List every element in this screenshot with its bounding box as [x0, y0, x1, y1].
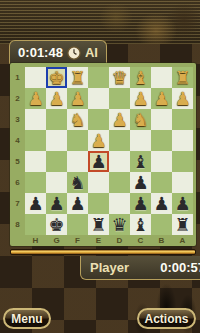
file-label-f: F — [67, 236, 88, 246]
square-d8[interactable]: ♛ — [109, 214, 130, 235]
square-e4[interactable]: ♟ — [88, 130, 109, 151]
black-pawn: ♟ — [88, 151, 109, 172]
square-a5[interactable] — [172, 151, 193, 172]
rank-label-8: 8 — [10, 214, 25, 235]
square-b2[interactable]: ♟ — [151, 88, 172, 109]
square-e2[interactable] — [88, 88, 109, 109]
square-b6[interactable] — [151, 172, 172, 193]
square-g7[interactable]: ♟ — [46, 193, 67, 214]
white-bishop: ♝ — [130, 67, 151, 88]
actions-button[interactable]: Actions — [137, 308, 196, 329]
white-pawn: ♟ — [46, 88, 67, 109]
white-rook: ♜ — [67, 67, 88, 88]
black-rook: ♜ — [172, 214, 193, 235]
square-g2[interactable]: ♟ — [46, 88, 67, 109]
square-d3[interactable]: ♟ — [109, 109, 130, 130]
rank-labels: 12345678 — [10, 67, 25, 235]
file-label-h: H — [25, 236, 46, 246]
background-texture-top — [0, 0, 200, 44]
square-b5[interactable] — [151, 151, 172, 172]
rank-label-3: 3 — [10, 109, 25, 130]
square-b4[interactable] — [151, 130, 172, 151]
square-c6[interactable]: ♟ — [130, 172, 151, 193]
file-label-b: B — [151, 236, 172, 246]
square-f8[interactable] — [67, 214, 88, 235]
black-pawn: ♟ — [25, 193, 46, 214]
square-d4[interactable] — [109, 130, 130, 151]
black-rook: ♜ — [88, 214, 109, 235]
square-a1[interactable]: ♜ — [172, 67, 193, 88]
square-c7[interactable]: ♟ — [130, 193, 151, 214]
black-bishop: ♝ — [130, 151, 151, 172]
white-pawn: ♟ — [88, 130, 109, 151]
square-d1[interactable]: ♛ — [109, 67, 130, 88]
square-h4[interactable] — [25, 130, 46, 151]
square-e6[interactable] — [88, 172, 109, 193]
white-king: ♚ — [46, 67, 67, 88]
square-f3[interactable]: ♞ — [67, 109, 88, 130]
square-h7[interactable]: ♟ — [25, 193, 46, 214]
opponent-clock-panel: 0:01:48 AI — [9, 40, 107, 64]
square-d7[interactable] — [109, 193, 130, 214]
black-bishop: ♝ — [130, 214, 151, 235]
square-h1[interactable] — [25, 67, 46, 88]
square-b1[interactable] — [151, 67, 172, 88]
square-g5[interactable] — [46, 151, 67, 172]
black-pawn: ♟ — [151, 193, 172, 214]
black-king: ♚ — [46, 214, 67, 235]
black-pawn: ♟ — [46, 193, 67, 214]
white-rook: ♜ — [172, 67, 193, 88]
white-pawn: ♟ — [172, 88, 193, 109]
file-label-e: E — [88, 236, 109, 246]
square-a2[interactable]: ♟ — [172, 88, 193, 109]
black-knight: ♞ — [67, 172, 88, 193]
square-c2[interactable]: ♟ — [130, 88, 151, 109]
black-queen: ♛ — [109, 214, 130, 235]
square-a3[interactable] — [172, 109, 193, 130]
square-c3[interactable]: ♞ — [130, 109, 151, 130]
square-g8[interactable]: ♚ — [46, 214, 67, 235]
square-e7[interactable] — [88, 193, 109, 214]
file-label-a: A — [172, 236, 193, 246]
square-h6[interactable] — [25, 172, 46, 193]
white-knight: ♞ — [130, 109, 151, 130]
square-d5[interactable] — [109, 151, 130, 172]
square-c1[interactable]: ♝ — [130, 67, 151, 88]
square-f2[interactable]: ♟ — [67, 88, 88, 109]
square-d2[interactable] — [109, 88, 130, 109]
file-label-c: C — [130, 236, 151, 246]
file-label-g: G — [46, 236, 67, 246]
square-f6[interactable]: ♞ — [67, 172, 88, 193]
square-c8[interactable]: ♝ — [130, 214, 151, 235]
white-queen: ♛ — [109, 67, 130, 88]
white-pawn: ♟ — [67, 88, 88, 109]
chess-app-screen: 0:01:48 AI 12345678 ♚♜♛♝♜♟♟♟♟♟♟♞♟♞♟♟♝♞♟♟… — [0, 0, 200, 333]
white-pawn: ♟ — [25, 88, 46, 109]
square-h5[interactable] — [25, 151, 46, 172]
square-g6[interactable] — [46, 172, 67, 193]
square-f5[interactable] — [67, 151, 88, 172]
rank-label-6: 6 — [10, 172, 25, 193]
square-b8[interactable] — [151, 214, 172, 235]
square-b3[interactable] — [151, 109, 172, 130]
black-pawn: ♟ — [130, 193, 151, 214]
square-e5[interactable]: ♟ — [88, 151, 109, 172]
square-h8[interactable] — [25, 214, 46, 235]
squares: ♚♜♛♝♜♟♟♟♟♟♟♞♟♞♟♟♝♞♟♟♟♟♟♟♟♚♜♛♝♜ — [25, 67, 193, 235]
white-pawn: ♟ — [109, 109, 130, 130]
square-c4[interactable] — [130, 130, 151, 151]
square-g4[interactable] — [46, 130, 67, 151]
rank-label-4: 4 — [10, 130, 25, 151]
thinking-progress-bar — [10, 249, 196, 255]
black-pawn: ♟ — [130, 172, 151, 193]
player-clock: 0:00:57 — [160, 260, 200, 275]
opponent-clock: 0:01:48 — [18, 45, 63, 60]
file-label-d: D — [109, 236, 130, 246]
black-pawn: ♟ — [67, 193, 88, 214]
rank-label-5: 5 — [10, 151, 25, 172]
rank-label-7: 7 — [10, 193, 25, 214]
square-f7[interactable]: ♟ — [67, 193, 88, 214]
square-c5[interactable]: ♝ — [130, 151, 151, 172]
rank-label-2: 2 — [10, 88, 25, 109]
player-clock-panel: Player 0:00:57 — [80, 256, 200, 280]
square-g3[interactable] — [46, 109, 67, 130]
square-g1[interactable]: ♚ — [46, 67, 67, 88]
menu-button[interactable]: Menu — [3, 308, 51, 329]
white-pawn: ♟ — [151, 88, 172, 109]
square-a6[interactable] — [172, 172, 193, 193]
square-b7[interactable]: ♟ — [151, 193, 172, 214]
square-a8[interactable]: ♜ — [172, 214, 193, 235]
white-knight: ♞ — [67, 109, 88, 130]
square-h3[interactable] — [25, 109, 46, 130]
square-a4[interactable] — [172, 130, 193, 151]
square-h2[interactable]: ♟ — [25, 88, 46, 109]
opponent-name: AI — [85, 45, 98, 60]
white-pawn: ♟ — [130, 88, 151, 109]
square-e3[interactable] — [88, 109, 109, 130]
square-a7[interactable]: ♟ — [172, 193, 193, 214]
square-f4[interactable] — [67, 130, 88, 151]
black-pawn: ♟ — [172, 193, 193, 214]
clock-icon — [67, 46, 81, 60]
square-e8[interactable]: ♜ — [88, 214, 109, 235]
file-labels: HGFEDCBA — [25, 236, 193, 246]
player-name: Player — [90, 260, 129, 275]
rank-label-1: 1 — [10, 67, 25, 88]
square-f1[interactable]: ♜ — [67, 67, 88, 88]
square-d6[interactable] — [109, 172, 130, 193]
chess-board: 12345678 ♚♜♛♝♜♟♟♟♟♟♟♞♟♞♟♟♝♞♟♟♟♟♟♟♟♚♜♛♝♜ … — [10, 63, 196, 246]
square-e1[interactable] — [88, 67, 109, 88]
